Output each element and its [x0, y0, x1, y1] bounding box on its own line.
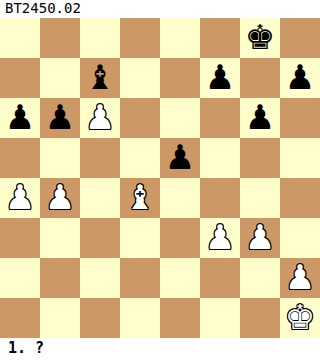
- square-h4[interactable]: [280, 178, 320, 218]
- square-b5[interactable]: [40, 138, 80, 178]
- square-c5[interactable]: [80, 138, 120, 178]
- square-f7[interactable]: ♟: [200, 58, 240, 98]
- square-f3[interactable]: ♟: [200, 218, 240, 258]
- white-bishop: ♝: [125, 177, 155, 217]
- square-f1[interactable]: [200, 298, 240, 338]
- square-h5[interactable]: [280, 138, 320, 178]
- black-pawn: ♟: [5, 97, 35, 137]
- square-e4[interactable]: [160, 178, 200, 218]
- black-king: ♚: [245, 17, 275, 57]
- square-f6[interactable]: [200, 98, 240, 138]
- square-f4[interactable]: [200, 178, 240, 218]
- square-c8[interactable]: [80, 18, 120, 58]
- square-b1[interactable]: [40, 298, 80, 338]
- square-c3[interactable]: [80, 218, 120, 258]
- square-h3[interactable]: [280, 218, 320, 258]
- square-f5[interactable]: [200, 138, 240, 178]
- square-c1[interactable]: [80, 298, 120, 338]
- square-c4[interactable]: [80, 178, 120, 218]
- square-b7[interactable]: [40, 58, 80, 98]
- square-g8[interactable]: ♚: [240, 18, 280, 58]
- square-g7[interactable]: [240, 58, 280, 98]
- square-b2[interactable]: [40, 258, 80, 298]
- square-h8[interactable]: [280, 18, 320, 58]
- black-pawn: ♟: [45, 97, 75, 137]
- square-f2[interactable]: [200, 258, 240, 298]
- square-e6[interactable]: [160, 98, 200, 138]
- square-d6[interactable]: [120, 98, 160, 138]
- black-pawn: ♟: [165, 137, 195, 177]
- square-g6[interactable]: ♟: [240, 98, 280, 138]
- black-pawn: ♟: [285, 57, 315, 97]
- black-pawn: ♟: [205, 57, 235, 97]
- square-a7[interactable]: [0, 58, 40, 98]
- square-d3[interactable]: [120, 218, 160, 258]
- chess-board: ♚♝♟♟♟♟♟♟♟♟♟♝♟♟♟♚: [0, 18, 320, 338]
- square-h2[interactable]: ♟: [280, 258, 320, 298]
- square-b6[interactable]: ♟: [40, 98, 80, 138]
- square-d5[interactable]: [120, 138, 160, 178]
- square-a8[interactable]: [0, 18, 40, 58]
- white-pawn: ♟: [85, 97, 115, 137]
- square-e5[interactable]: ♟: [160, 138, 200, 178]
- square-a6[interactable]: ♟: [0, 98, 40, 138]
- square-h6[interactable]: [280, 98, 320, 138]
- square-h1[interactable]: ♚: [280, 298, 320, 338]
- black-pawn: ♟: [245, 97, 275, 137]
- white-pawn: ♟: [205, 217, 235, 257]
- square-d4[interactable]: ♝: [120, 178, 160, 218]
- square-a1[interactable]: [0, 298, 40, 338]
- square-b4[interactable]: ♟: [40, 178, 80, 218]
- square-g4[interactable]: [240, 178, 280, 218]
- square-g5[interactable]: [240, 138, 280, 178]
- black-bishop: ♝: [85, 57, 115, 97]
- puzzle-title: BT2450.02: [0, 0, 320, 18]
- square-g3[interactable]: ♟: [240, 218, 280, 258]
- white-pawn: ♟: [245, 217, 275, 257]
- white-pawn: ♟: [45, 177, 75, 217]
- square-b3[interactable]: [40, 218, 80, 258]
- square-c2[interactable]: [80, 258, 120, 298]
- square-a3[interactable]: [0, 218, 40, 258]
- square-g1[interactable]: [240, 298, 280, 338]
- square-d7[interactable]: [120, 58, 160, 98]
- square-e2[interactable]: [160, 258, 200, 298]
- square-e3[interactable]: [160, 218, 200, 258]
- square-f8[interactable]: [200, 18, 240, 58]
- white-pawn: ♟: [285, 257, 315, 297]
- square-d8[interactable]: [120, 18, 160, 58]
- square-d1[interactable]: [120, 298, 160, 338]
- square-b8[interactable]: [40, 18, 80, 58]
- square-a4[interactable]: ♟: [0, 178, 40, 218]
- white-king: ♚: [285, 297, 315, 337]
- square-e1[interactable]: [160, 298, 200, 338]
- square-g2[interactable]: [240, 258, 280, 298]
- white-pawn: ♟: [5, 177, 35, 217]
- square-h7[interactable]: ♟: [280, 58, 320, 98]
- square-e8[interactable]: [160, 18, 200, 58]
- square-c6[interactable]: ♟: [80, 98, 120, 138]
- square-a5[interactable]: [0, 138, 40, 178]
- square-a2[interactable]: [0, 258, 40, 298]
- move-prompt: 1. ?: [0, 338, 320, 360]
- square-c7[interactable]: ♝: [80, 58, 120, 98]
- square-d2[interactable]: [120, 258, 160, 298]
- square-e7[interactable]: [160, 58, 200, 98]
